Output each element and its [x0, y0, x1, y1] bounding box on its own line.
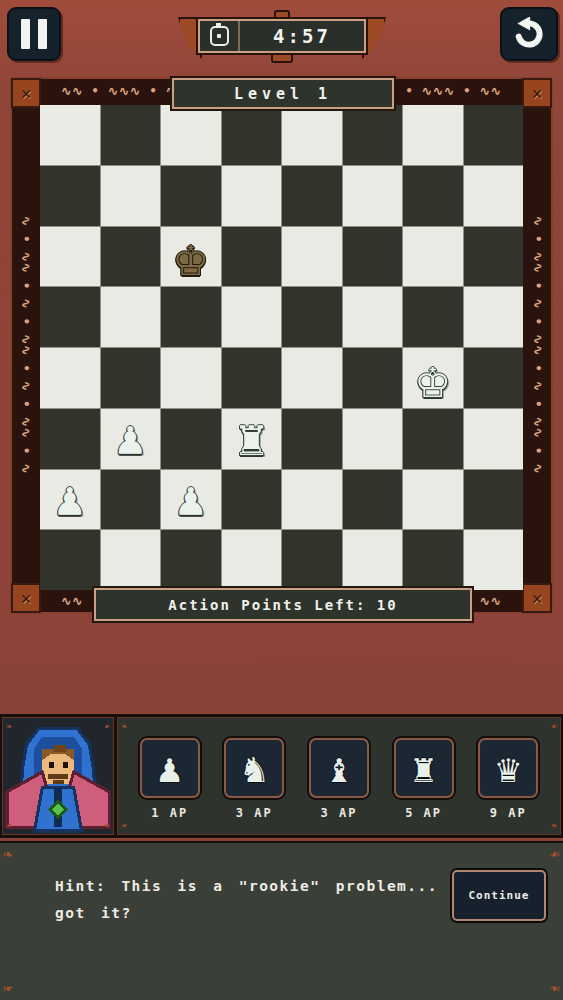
corner-flourish-icon: ❧ [550, 981, 560, 997]
corner-flourish-icon: ❧ [6, 821, 12, 831]
corner-flourish-icon: ❧ [121, 721, 127, 731]
square-h3[interactable] [464, 409, 524, 469]
square-h2[interactable] [464, 470, 524, 530]
restart-icon [512, 17, 546, 51]
square-e4[interactable] [282, 348, 342, 408]
square-e2[interactable] [282, 470, 342, 530]
pawn-cost-label: 1 AP [137, 806, 203, 820]
corner-flourish-icon: ❧ [6, 721, 12, 731]
bottom-panel: ❧ ❧ ❧ ❧ ❧ ❧ ❧ ❧ ♟1 AP♞3 AP♝3 AP♜5 AP♛9 A… [0, 714, 563, 838]
rook-buy-button[interactable]: ♜ [394, 738, 454, 798]
square-g1[interactable] [403, 530, 463, 590]
square-e6[interactable] [282, 227, 342, 287]
frame-corner-ornament: ✕ [11, 583, 41, 613]
square-a8[interactable] [40, 105, 100, 165]
square-g7[interactable] [403, 166, 463, 226]
black-king[interactable]: ♚ [173, 226, 208, 284]
square-f2[interactable] [343, 470, 403, 530]
white-rook[interactable]: ♜ [236, 413, 266, 463]
square-c2[interactable]: ♟ [161, 470, 221, 530]
bishop-buy-button[interactable]: ♝ [309, 738, 369, 798]
pause-icon [38, 19, 47, 49]
square-d8[interactable] [222, 105, 282, 165]
square-h4[interactable] [464, 348, 524, 408]
square-e5[interactable] [282, 287, 342, 347]
corner-flourish-icon: ❧ [121, 821, 127, 831]
white-king[interactable]: ♚ [415, 348, 450, 406]
square-c1[interactable] [161, 530, 221, 590]
square-d7[interactable] [222, 166, 282, 226]
square-f5[interactable] [343, 287, 403, 347]
square-e7[interactable] [282, 166, 342, 226]
square-g3[interactable] [403, 409, 463, 469]
corner-flourish-icon: ❧ [551, 821, 557, 831]
chess-board: ♚♚♟♜♟♟ [40, 105, 523, 590]
square-h6[interactable] [464, 227, 524, 287]
square-c4[interactable] [161, 348, 221, 408]
square-e8[interactable] [282, 105, 342, 165]
square-c6[interactable]: ♚ [161, 227, 221, 287]
knight-buy-button[interactable]: ♞ [224, 738, 284, 798]
square-h1[interactable] [464, 530, 524, 590]
square-c8[interactable] [161, 105, 221, 165]
pawn-icon: ♟ [158, 748, 182, 788]
corner-flourish-icon: ❧ [551, 721, 557, 731]
square-f7[interactable] [343, 166, 403, 226]
knight-cost-label: 3 AP [221, 806, 287, 820]
bishop-cost-label: 3 AP [306, 806, 372, 820]
square-d4[interactable] [222, 348, 282, 408]
square-h7[interactable] [464, 166, 524, 226]
queen-icon: ♛ [496, 748, 520, 788]
square-f3[interactable] [343, 409, 403, 469]
square-b3[interactable]: ♟ [101, 409, 161, 469]
pause-button[interactable] [7, 7, 61, 61]
frame-corner-ornament: ✕ [522, 583, 552, 613]
square-b1[interactable] [101, 530, 161, 590]
square-a5[interactable] [40, 287, 100, 347]
square-e1[interactable] [282, 530, 342, 590]
timer-bar: 4:57 [198, 19, 366, 53]
square-d5[interactable] [222, 287, 282, 347]
square-b8[interactable] [101, 105, 161, 165]
square-b7[interactable] [101, 166, 161, 226]
timer: 4:57 [198, 19, 366, 53]
rook-icon: ♜ [412, 748, 436, 788]
square-a1[interactable] [40, 530, 100, 590]
frame-ornament-left: ∿ • ∿∿ • ∿ • ∿∿ • ∿ • ∿∿ • ∿ [12, 111, 39, 580]
continue-button[interactable]: Continue [452, 870, 546, 921]
square-f8[interactable] [343, 105, 403, 165]
square-a7[interactable] [40, 166, 100, 226]
clock-cell [200, 21, 240, 51]
rook-cost-label: 5 AP [391, 806, 457, 820]
square-b5[interactable] [101, 287, 161, 347]
tray-item-queen[interactable]: ♛9 AP [475, 738, 541, 820]
square-g6[interactable] [403, 227, 463, 287]
tray-item-rook[interactable]: ♜5 AP [391, 738, 457, 820]
hint-panel: ❧ ❧ ❧ ❧ Hint: This is a "rookie" problem… [0, 841, 563, 1000]
square-a6[interactable] [40, 227, 100, 287]
bishop-icon: ♝ [327, 748, 351, 788]
tray-item-knight[interactable]: ♞3 AP [221, 738, 287, 820]
square-g5[interactable] [403, 287, 463, 347]
frame-corner-ornament: ✕ [522, 78, 552, 108]
square-b2[interactable] [101, 470, 161, 530]
square-d6[interactable] [222, 227, 282, 287]
white-pawn[interactable]: ♟ [56, 475, 84, 522]
piece-tray: ❧ ❧ ❧ ❧ ♟1 AP♞3 AP♝3 AP♜5 AP♛9 AP [117, 717, 561, 835]
pause-icon [21, 19, 30, 49]
game-screen: 4:57 ∿∿ • ∿∿∿ • ∿∿ • ∿∿∿ • ∿∿ • ∿∿∿ • ∿∿… [0, 0, 563, 1000]
queen-cost-label: 9 AP [475, 806, 541, 820]
corner-flourish-icon: ❧ [3, 981, 13, 997]
square-g2[interactable] [403, 470, 463, 530]
square-g4[interactable]: ♚ [403, 348, 463, 408]
square-d1[interactable] [222, 530, 282, 590]
square-b6[interactable] [101, 227, 161, 287]
level-banner: Level 1 [172, 78, 394, 109]
square-f4[interactable] [343, 348, 403, 408]
frame-corner-ornament: ✕ [11, 78, 41, 108]
corner-flourish-icon: ❧ [3, 846, 13, 862]
queen-buy-button[interactable]: ♛ [478, 738, 538, 798]
square-c5[interactable] [161, 287, 221, 347]
stopwatch-icon [210, 26, 229, 46]
timer-value: 4:57 [240, 25, 364, 47]
square-b4[interactable] [101, 348, 161, 408]
white-pawn[interactable]: ♟ [116, 414, 144, 461]
corner-flourish-icon: ❧ [550, 846, 560, 862]
white-pawn[interactable]: ♟ [177, 475, 205, 522]
square-c3[interactable] [161, 409, 221, 469]
mentor-avatar: ❧ ❧ ❧ ❧ [2, 717, 114, 835]
knight-icon: ♞ [242, 748, 266, 788]
board-frame: ∿∿ • ∿∿∿ • ∿∿ • ∿∿∿ • ∿∿ • ∿∿∿ • ∿∿ • ∿∿… [12, 79, 551, 612]
square-f6[interactable] [343, 227, 403, 287]
square-c7[interactable] [161, 166, 221, 226]
square-a4[interactable] [40, 348, 100, 408]
corner-flourish-icon: ❧ [104, 721, 110, 731]
square-h5[interactable] [464, 287, 524, 347]
square-h8[interactable] [464, 105, 524, 165]
hint-text: Hint: This is a "rookie" problem... got … [55, 873, 457, 927]
square-e3[interactable] [282, 409, 342, 469]
square-g8[interactable] [403, 105, 463, 165]
tray-item-bishop[interactable]: ♝3 AP [306, 738, 372, 820]
square-d2[interactable] [222, 470, 282, 530]
corner-flourish-icon: ❧ [104, 821, 110, 831]
square-d3[interactable]: ♜ [222, 409, 282, 469]
frame-ornament-right: ∿ • ∿∿ • ∿ • ∿∿ • ∿ • ∿∿ • ∿ [524, 111, 551, 580]
square-a2[interactable]: ♟ [40, 470, 100, 530]
pawn-buy-button[interactable]: ♟ [140, 738, 200, 798]
tray-item-pawn[interactable]: ♟1 AP [137, 738, 203, 820]
restart-button[interactable] [500, 7, 558, 61]
wizard-avatar-image [3, 718, 113, 834]
square-f1[interactable] [343, 530, 403, 590]
square-a3[interactable] [40, 409, 100, 469]
action-points-banner: Action Points Left: 10 [94, 588, 472, 621]
